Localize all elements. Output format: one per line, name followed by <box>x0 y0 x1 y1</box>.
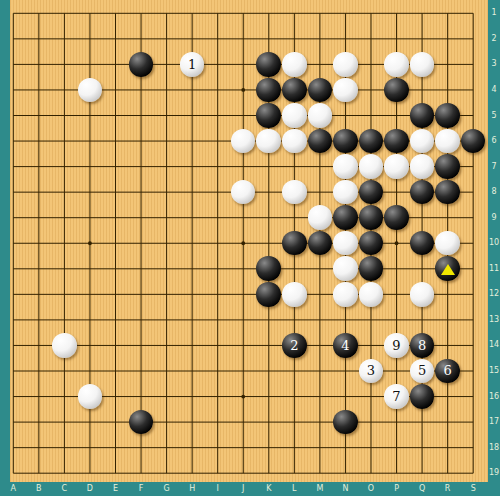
board-cell[interactable] <box>26 435 52 461</box>
board-cell[interactable] <box>128 435 154 461</box>
board-cell[interactable] <box>333 154 359 180</box>
board-cell[interactable] <box>333 77 359 103</box>
board-cell[interactable] <box>409 128 435 154</box>
board-cell[interactable] <box>256 179 282 205</box>
board-cell[interactable] <box>77 1 103 27</box>
board-cell[interactable] <box>256 307 282 333</box>
board-cell[interactable] <box>26 307 52 333</box>
board-cell[interactable] <box>307 52 333 78</box>
board-cell[interactable] <box>384 26 410 52</box>
board-cell[interactable] <box>282 409 308 435</box>
board-cell[interactable] <box>307 205 333 231</box>
board-cell[interactable] <box>460 384 486 410</box>
board-cell[interactable] <box>179 26 205 52</box>
board-cell[interactable] <box>179 409 205 435</box>
board-cell[interactable] <box>435 205 461 231</box>
board-cell[interactable] <box>205 77 231 103</box>
board-cell[interactable] <box>333 103 359 129</box>
board-cell[interactable] <box>358 179 384 205</box>
board-cell[interactable] <box>52 128 78 154</box>
board-cell[interactable] <box>333 256 359 282</box>
board-cell[interactable] <box>384 358 410 384</box>
board-cell[interactable] <box>358 103 384 129</box>
board-cell[interactable] <box>103 26 129 52</box>
board-cell[interactable] <box>154 384 180 410</box>
board-cell[interactable] <box>26 282 52 308</box>
board-cell[interactable] <box>307 435 333 461</box>
board-cell[interactable] <box>358 128 384 154</box>
board-cell[interactable] <box>1 26 27 52</box>
board-cell[interactable] <box>128 77 154 103</box>
board-cell[interactable] <box>384 1 410 27</box>
board-cell[interactable] <box>128 282 154 308</box>
board-cell[interactable] <box>205 103 231 129</box>
board-cell[interactable] <box>384 128 410 154</box>
board-cell[interactable] <box>230 333 256 359</box>
board-cell[interactable] <box>52 282 78 308</box>
board-cell[interactable] <box>409 1 435 27</box>
board-cell[interactable] <box>435 409 461 435</box>
board-cell[interactable] <box>230 435 256 461</box>
board-cell[interactable]: 7 <box>384 384 410 410</box>
board-cell[interactable] <box>52 1 78 27</box>
board-cell[interactable] <box>358 205 384 231</box>
board-cell[interactable] <box>77 307 103 333</box>
board-cell[interactable] <box>154 103 180 129</box>
board-cell[interactable] <box>358 333 384 359</box>
board-cell[interactable] <box>358 52 384 78</box>
board-cell[interactable] <box>128 384 154 410</box>
board-cell[interactable] <box>333 52 359 78</box>
board-cell[interactable] <box>282 179 308 205</box>
board-cell[interactable] <box>333 358 359 384</box>
board-cell[interactable] <box>409 103 435 129</box>
board-cell[interactable] <box>256 205 282 231</box>
board-cell[interactable] <box>205 154 231 180</box>
board-cell[interactable] <box>154 179 180 205</box>
board-cell[interactable] <box>282 230 308 256</box>
board-cell[interactable] <box>1 409 27 435</box>
board-cell[interactable] <box>26 52 52 78</box>
board-cell[interactable] <box>333 230 359 256</box>
board-cell[interactable] <box>179 282 205 308</box>
board-cell[interactable] <box>435 333 461 359</box>
board-cell[interactable] <box>154 26 180 52</box>
board-cell[interactable] <box>103 154 129 180</box>
board-cell[interactable] <box>103 230 129 256</box>
board-cell[interactable] <box>154 435 180 461</box>
board-cell[interactable] <box>1 205 27 231</box>
board-cell[interactable] <box>282 52 308 78</box>
board-cell[interactable] <box>460 52 486 78</box>
board-cell[interactable] <box>358 230 384 256</box>
board-cell[interactable] <box>409 256 435 282</box>
board-cell[interactable] <box>230 77 256 103</box>
board-cell[interactable] <box>179 358 205 384</box>
board-cell[interactable] <box>282 205 308 231</box>
board-cell[interactable] <box>179 384 205 410</box>
board-cell[interactable] <box>179 77 205 103</box>
board-cell[interactable] <box>307 256 333 282</box>
board-cell[interactable] <box>1 52 27 78</box>
board-cell[interactable] <box>26 384 52 410</box>
board-cell[interactable] <box>230 154 256 180</box>
board-cell[interactable] <box>179 103 205 129</box>
board-cell[interactable] <box>179 179 205 205</box>
board-cell[interactable] <box>179 1 205 27</box>
board-cell[interactable] <box>26 179 52 205</box>
board-cell[interactable] <box>435 1 461 27</box>
board-cell[interactable] <box>52 333 78 359</box>
board-cell[interactable] <box>179 333 205 359</box>
board-cell[interactable] <box>460 1 486 27</box>
board-cell[interactable] <box>307 282 333 308</box>
board-cell[interactable] <box>128 409 154 435</box>
board-cell[interactable] <box>282 256 308 282</box>
board-cell[interactable] <box>77 52 103 78</box>
board-cell[interactable] <box>154 52 180 78</box>
board-cell[interactable] <box>128 103 154 129</box>
board-cell[interactable] <box>52 77 78 103</box>
board-cell[interactable] <box>460 154 486 180</box>
board-cell[interactable] <box>384 256 410 282</box>
board-cell[interactable] <box>333 128 359 154</box>
board-cell[interactable] <box>26 230 52 256</box>
board-cell[interactable] <box>384 77 410 103</box>
board-cell[interactable] <box>230 230 256 256</box>
board-cell[interactable] <box>1 333 27 359</box>
board-cell[interactable] <box>333 282 359 308</box>
board-cell[interactable] <box>128 26 154 52</box>
board-cell[interactable] <box>154 154 180 180</box>
board-cell[interactable] <box>307 307 333 333</box>
board-cell[interactable] <box>179 435 205 461</box>
board-cell[interactable] <box>52 154 78 180</box>
board-cell[interactable] <box>256 358 282 384</box>
board-cell[interactable] <box>460 282 486 308</box>
board-cell[interactable] <box>179 128 205 154</box>
board-cell[interactable] <box>409 409 435 435</box>
board-cell[interactable] <box>26 1 52 27</box>
board-cell[interactable] <box>52 409 78 435</box>
board-cell[interactable] <box>460 435 486 461</box>
board-cell[interactable] <box>103 282 129 308</box>
board-cell[interactable] <box>52 26 78 52</box>
board-cell[interactable] <box>1 435 27 461</box>
board-cell[interactable] <box>333 1 359 27</box>
board-cell[interactable] <box>205 205 231 231</box>
board-cell[interactable] <box>460 77 486 103</box>
board-cell[interactable] <box>154 409 180 435</box>
board-cell[interactable] <box>435 52 461 78</box>
board-cell[interactable] <box>77 256 103 282</box>
board-cell[interactable] <box>435 282 461 308</box>
board-cell[interactable] <box>435 230 461 256</box>
board-cell[interactable] <box>103 77 129 103</box>
board-cell[interactable] <box>1 358 27 384</box>
board-cell[interactable]: 4 <box>333 333 359 359</box>
board-cell[interactable] <box>435 384 461 410</box>
board-cell[interactable] <box>256 77 282 103</box>
board-cell[interactable] <box>307 1 333 27</box>
board-cell[interactable] <box>256 154 282 180</box>
board-cell[interactable] <box>307 26 333 52</box>
board-cell[interactable] <box>103 179 129 205</box>
board-cell[interactable] <box>205 409 231 435</box>
board-cell[interactable] <box>282 128 308 154</box>
board-cell[interactable] <box>358 256 384 282</box>
board-cell[interactable] <box>256 282 282 308</box>
board-cell[interactable] <box>26 409 52 435</box>
board-cell[interactable] <box>307 384 333 410</box>
board-cell[interactable] <box>205 435 231 461</box>
board-cell[interactable] <box>384 103 410 129</box>
board-cell[interactable] <box>154 77 180 103</box>
board-cell[interactable] <box>77 179 103 205</box>
board-cell[interactable] <box>384 435 410 461</box>
board-cell[interactable] <box>307 154 333 180</box>
board-cell[interactable] <box>282 282 308 308</box>
board-cell[interactable] <box>460 307 486 333</box>
board-cell[interactable] <box>333 409 359 435</box>
board-cell[interactable] <box>52 384 78 410</box>
board-cell[interactable] <box>384 205 410 231</box>
board-cell[interactable] <box>179 205 205 231</box>
board-cell[interactable] <box>128 205 154 231</box>
board-cell[interactable] <box>205 128 231 154</box>
board-cell[interactable] <box>256 230 282 256</box>
board-cell[interactable] <box>256 333 282 359</box>
board-cell[interactable] <box>103 256 129 282</box>
board-cell[interactable] <box>103 205 129 231</box>
board-cell[interactable] <box>1 230 27 256</box>
board-cell[interactable] <box>1 77 27 103</box>
board-cell[interactable] <box>256 128 282 154</box>
board-cell[interactable] <box>460 358 486 384</box>
board-cell[interactable] <box>26 256 52 282</box>
board-cell[interactable] <box>282 435 308 461</box>
board-cell[interactable] <box>282 384 308 410</box>
board-cell[interactable] <box>103 409 129 435</box>
board-cell[interactable] <box>205 179 231 205</box>
board-cell[interactable] <box>77 154 103 180</box>
board-cell[interactable] <box>205 358 231 384</box>
board-cell[interactable] <box>333 307 359 333</box>
board-cell[interactable] <box>77 282 103 308</box>
board-cell[interactable] <box>435 103 461 129</box>
board-cell[interactable] <box>154 256 180 282</box>
board-cell[interactable] <box>282 1 308 27</box>
board-cell[interactable] <box>230 256 256 282</box>
board-cell[interactable] <box>103 1 129 27</box>
board-cell[interactable] <box>52 179 78 205</box>
board-cell[interactable] <box>256 1 282 27</box>
board-cell[interactable] <box>435 154 461 180</box>
board-cell[interactable] <box>128 128 154 154</box>
board-cell[interactable] <box>26 77 52 103</box>
board-cell[interactable] <box>77 205 103 231</box>
board-cell[interactable] <box>1 154 27 180</box>
board-cell[interactable]: 2 <box>282 333 308 359</box>
board-cell[interactable] <box>128 1 154 27</box>
board-cell[interactable] <box>333 435 359 461</box>
board-cell[interactable] <box>409 52 435 78</box>
board-cell[interactable] <box>460 128 486 154</box>
board-cell[interactable] <box>154 205 180 231</box>
board-cell[interactable] <box>256 409 282 435</box>
board-cell[interactable] <box>26 333 52 359</box>
board-cell[interactable] <box>333 384 359 410</box>
board-cell[interactable] <box>230 307 256 333</box>
board-cell[interactable] <box>333 26 359 52</box>
board-cell[interactable] <box>460 103 486 129</box>
board-cell[interactable] <box>52 435 78 461</box>
board-cell[interactable] <box>77 230 103 256</box>
board-cell[interactable] <box>179 154 205 180</box>
board-cell[interactable] <box>384 307 410 333</box>
board-cell[interactable] <box>358 1 384 27</box>
board-cell[interactable] <box>128 333 154 359</box>
board-cell[interactable] <box>409 307 435 333</box>
board-cell[interactable] <box>384 409 410 435</box>
board-cell[interactable] <box>307 179 333 205</box>
board-cell[interactable] <box>460 333 486 359</box>
board-cell[interactable] <box>282 307 308 333</box>
board-cell[interactable] <box>256 384 282 410</box>
board-cell[interactable] <box>205 307 231 333</box>
board-cell[interactable] <box>26 26 52 52</box>
board-cell[interactable] <box>435 435 461 461</box>
board-cell[interactable] <box>409 384 435 410</box>
board-cell[interactable] <box>307 103 333 129</box>
board-cell[interactable] <box>230 1 256 27</box>
board-cell[interactable] <box>1 307 27 333</box>
board-cell[interactable] <box>179 307 205 333</box>
board-cell[interactable] <box>256 103 282 129</box>
board-cell[interactable] <box>103 307 129 333</box>
board-cell[interactable]: 6 <box>435 358 461 384</box>
board-cell[interactable] <box>230 26 256 52</box>
board-cell[interactable] <box>409 205 435 231</box>
board-cell[interactable] <box>1 282 27 308</box>
board-cell[interactable] <box>52 103 78 129</box>
board-cell[interactable] <box>103 358 129 384</box>
board-cell[interactable] <box>435 307 461 333</box>
board-cell[interactable] <box>282 77 308 103</box>
board-cell[interactable] <box>26 128 52 154</box>
board-cell[interactable] <box>77 103 103 129</box>
board-cell[interactable] <box>179 256 205 282</box>
board-cell[interactable] <box>26 103 52 129</box>
board-cell[interactable] <box>52 307 78 333</box>
board-cell[interactable] <box>52 256 78 282</box>
board-cell[interactable] <box>282 26 308 52</box>
board-cell[interactable] <box>409 77 435 103</box>
board-cell[interactable] <box>205 384 231 410</box>
board-cell[interactable] <box>77 409 103 435</box>
board-cell[interactable] <box>230 103 256 129</box>
board-cell[interactable] <box>435 128 461 154</box>
board-cell[interactable] <box>460 230 486 256</box>
board-cell[interactable] <box>230 179 256 205</box>
board-cell[interactable] <box>230 128 256 154</box>
board-cell[interactable]: 9 <box>384 333 410 359</box>
board-cell[interactable] <box>409 154 435 180</box>
board-cell[interactable] <box>1 179 27 205</box>
board-cell[interactable] <box>1 103 27 129</box>
board-cell[interactable] <box>230 384 256 410</box>
board-cell[interactable] <box>103 128 129 154</box>
board-cell[interactable] <box>128 256 154 282</box>
board-cell[interactable] <box>358 154 384 180</box>
board-cell[interactable] <box>460 409 486 435</box>
board-cell[interactable] <box>154 282 180 308</box>
board-cell[interactable] <box>205 230 231 256</box>
board-cell[interactable] <box>230 282 256 308</box>
board-cell[interactable] <box>282 358 308 384</box>
board-cell[interactable] <box>230 52 256 78</box>
board-cell[interactable] <box>358 307 384 333</box>
board-cell[interactable] <box>154 333 180 359</box>
board-cell[interactable] <box>307 77 333 103</box>
board-cell[interactable] <box>307 409 333 435</box>
board-cell[interactable] <box>77 435 103 461</box>
board-cell[interactable] <box>435 179 461 205</box>
board-cell[interactable] <box>460 205 486 231</box>
board-cell[interactable] <box>435 256 461 282</box>
board-cell[interactable] <box>384 179 410 205</box>
board-cell[interactable] <box>77 77 103 103</box>
board-cell[interactable] <box>384 52 410 78</box>
board-cell[interactable] <box>358 77 384 103</box>
board-cell[interactable] <box>384 282 410 308</box>
board-cell[interactable] <box>307 230 333 256</box>
board-cell[interactable] <box>358 384 384 410</box>
board-cell[interactable] <box>384 230 410 256</box>
board-cell[interactable] <box>460 256 486 282</box>
board-cell[interactable] <box>307 128 333 154</box>
board-cell[interactable] <box>256 26 282 52</box>
board-cell[interactable]: 5 <box>409 358 435 384</box>
board-cell[interactable] <box>26 154 52 180</box>
board-cell[interactable] <box>77 333 103 359</box>
board-cell[interactable] <box>282 154 308 180</box>
board-cell[interactable] <box>409 282 435 308</box>
board-cell[interactable] <box>256 435 282 461</box>
board-cell[interactable] <box>1 128 27 154</box>
board-cell[interactable] <box>52 230 78 256</box>
board-cell[interactable] <box>333 179 359 205</box>
board-cell[interactable] <box>205 256 231 282</box>
board-cell[interactable] <box>460 179 486 205</box>
board-cell[interactable] <box>1 384 27 410</box>
board-cell[interactable] <box>358 26 384 52</box>
board-cell[interactable] <box>205 52 231 78</box>
board-cell[interactable] <box>358 435 384 461</box>
board-cell[interactable] <box>128 52 154 78</box>
board-cell[interactable] <box>307 333 333 359</box>
board-cell[interactable] <box>205 282 231 308</box>
board-cell[interactable] <box>154 128 180 154</box>
board-cell[interactable] <box>128 358 154 384</box>
board-cell[interactable] <box>460 26 486 52</box>
board-cell[interactable] <box>154 358 180 384</box>
board-cell[interactable] <box>103 52 129 78</box>
board-cell[interactable]: 1 <box>179 52 205 78</box>
board-cell[interactable] <box>333 205 359 231</box>
board-cell[interactable]: 3 <box>358 358 384 384</box>
board-cell[interactable] <box>435 26 461 52</box>
